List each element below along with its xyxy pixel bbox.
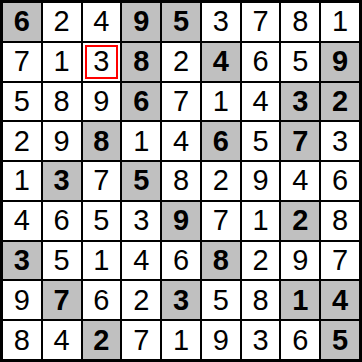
cell-r8c4[interactable]: 2 [122, 281, 160, 319]
cell-r7c4[interactable]: 4 [122, 242, 160, 280]
cell-r4c3[interactable]: 8 [83, 122, 121, 160]
cell-r2c8[interactable]: 5 [281, 43, 319, 81]
cell-r7c1[interactable]: 3 [3, 242, 41, 280]
cell-r6c7[interactable]: 1 [242, 202, 280, 240]
cell-r1c5[interactable]: 5 [162, 3, 200, 41]
cell-r5c1[interactable]: 1 [3, 162, 41, 200]
cell-r4c6[interactable]: 6 [202, 122, 240, 160]
cell-r5c9[interactable]: 6 [321, 162, 359, 200]
cell-r3c6[interactable]: 1 [202, 83, 240, 121]
cell-r3c1[interactable]: 5 [3, 83, 41, 121]
cell-r9c7[interactable]: 3 [242, 321, 280, 359]
cell-r7c5[interactable]: 6 [162, 242, 200, 280]
cell-r8c9[interactable]: 4 [321, 281, 359, 319]
cell-r2c9[interactable]: 9 [321, 43, 359, 81]
cell-r6c6[interactable]: 7 [202, 202, 240, 240]
cell-r8c7[interactable]: 8 [242, 281, 280, 319]
cell-r3c2[interactable]: 8 [43, 83, 81, 121]
cell-r7c7[interactable]: 2 [242, 242, 280, 280]
cell-r2c4[interactable]: 8 [122, 43, 160, 81]
cell-r5c2[interactable]: 3 [43, 162, 81, 200]
cell-r4c7[interactable]: 5 [242, 122, 280, 160]
cell-r5c7[interactable]: 9 [242, 162, 280, 200]
cell-r2c1[interactable]: 7 [3, 43, 41, 81]
cell-r9c4[interactable]: 7 [122, 321, 160, 359]
cell-r5c3[interactable]: 7 [83, 162, 121, 200]
cell-r1c8[interactable]: 8 [281, 3, 319, 41]
cell-r2c6[interactable]: 4 [202, 43, 240, 81]
cell-r3c4[interactable]: 6 [122, 83, 160, 121]
cell-r8c6[interactable]: 5 [202, 281, 240, 319]
cell-r9c8[interactable]: 6 [281, 321, 319, 359]
cell-r9c1[interactable]: 8 [3, 321, 41, 359]
cell-r2c5[interactable]: 2 [162, 43, 200, 81]
cell-r1c6[interactable]: 3 [202, 3, 240, 41]
cell-r2c3[interactable]: 3 [83, 43, 121, 81]
cell-r7c8[interactable]: 9 [281, 242, 319, 280]
cell-r9c3[interactable]: 2 [83, 321, 121, 359]
cell-r6c1[interactable]: 4 [3, 202, 41, 240]
cell-r8c1[interactable]: 9 [3, 281, 41, 319]
cell-r1c7[interactable]: 7 [242, 3, 280, 41]
cell-r5c4[interactable]: 5 [122, 162, 160, 200]
cell-r4c8[interactable]: 7 [281, 122, 319, 160]
cell-r1c9[interactable]: 1 [321, 3, 359, 41]
cell-r9c6[interactable]: 9 [202, 321, 240, 359]
cell-r9c2[interactable]: 4 [43, 321, 81, 359]
cell-r3c7[interactable]: 4 [242, 83, 280, 121]
cell-r7c2[interactable]: 5 [43, 242, 81, 280]
cell-r1c1[interactable]: 6 [3, 3, 41, 41]
cell-r5c8[interactable]: 4 [281, 162, 319, 200]
cell-r6c2[interactable]: 6 [43, 202, 81, 240]
cell-r5c5[interactable]: 8 [162, 162, 200, 200]
cell-r4c5[interactable]: 4 [162, 122, 200, 160]
cell-r7c3[interactable]: 1 [83, 242, 121, 280]
cell-r6c5[interactable]: 9 [162, 202, 200, 240]
cell-r8c2[interactable]: 7 [43, 281, 81, 319]
cell-r8c8[interactable]: 1 [281, 281, 319, 319]
cell-r4c2[interactable]: 9 [43, 122, 81, 160]
cell-r6c4[interactable]: 3 [122, 202, 160, 240]
cell-r3c5[interactable]: 7 [162, 83, 200, 121]
cell-r1c2[interactable]: 2 [43, 3, 81, 41]
cell-r9c5[interactable]: 1 [162, 321, 200, 359]
cell-r3c9[interactable]: 2 [321, 83, 359, 121]
cell-r1c3[interactable]: 4 [83, 3, 121, 41]
cell-r1c4[interactable]: 9 [122, 3, 160, 41]
cell-r6c3[interactable]: 5 [83, 202, 121, 240]
cell-r4c9[interactable]: 3 [321, 122, 359, 160]
cell-r8c5[interactable]: 3 [162, 281, 200, 319]
cell-r9c9[interactable]: 5 [321, 321, 359, 359]
cell-r8c3[interactable]: 6 [83, 281, 121, 319]
cell-r5c6[interactable]: 2 [202, 162, 240, 200]
cell-r3c3[interactable]: 9 [83, 83, 121, 121]
sudoku-board: 6249537817138246595896714322981465731375… [0, 0, 362, 362]
cell-r2c2[interactable]: 1 [43, 43, 81, 81]
cell-r6c8[interactable]: 2 [281, 202, 319, 240]
cell-r2c7[interactable]: 6 [242, 43, 280, 81]
cell-r3c8[interactable]: 3 [281, 83, 319, 121]
cell-r7c9[interactable]: 7 [321, 242, 359, 280]
cell-r4c4[interactable]: 1 [122, 122, 160, 160]
cell-r7c6[interactable]: 8 [202, 242, 240, 280]
cell-r6c9[interactable]: 8 [321, 202, 359, 240]
cell-r4c1[interactable]: 2 [3, 122, 41, 160]
